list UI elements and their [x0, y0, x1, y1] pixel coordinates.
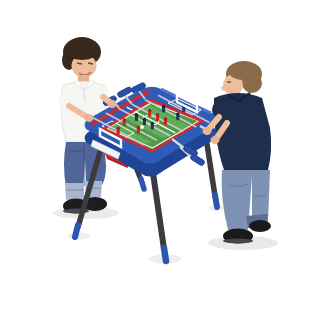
- ball: [140, 125, 144, 129]
- photo-canvas: [0, 0, 320, 320]
- table-foot-front-center: [164, 248, 166, 261]
- left-boy-cuff: [65, 183, 84, 200]
- right-boy-nose: [221, 85, 226, 90]
- left-boy-left-hand: [85, 114, 94, 122]
- foosball-photo: [0, 0, 320, 320]
- table-foot-back-right: [215, 195, 217, 207]
- table-foot-back-left: [141, 179, 144, 189]
- left-boy-right-hand: [108, 100, 117, 108]
- right-boy-hand: [203, 127, 212, 135]
- table-foot-front-left: [75, 225, 78, 237]
